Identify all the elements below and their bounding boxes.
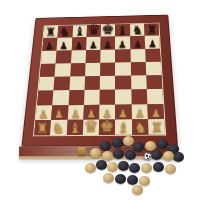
square-b5[interactable]	[55, 63, 71, 77]
square-c6[interactable]	[71, 50, 86, 63]
square-h5[interactable]	[145, 61, 161, 75]
square-b6[interactable]	[56, 50, 72, 63]
piece-bp[interactable]: ♟	[71, 40, 86, 50]
checker-disc-light[interactable]	[85, 163, 96, 173]
checker-disc-light[interactable]	[139, 176, 150, 186]
checker-disc-light[interactable]	[107, 162, 118, 172]
piece-bp[interactable]: ♟	[57, 41, 72, 51]
square-d6[interactable]	[85, 50, 100, 63]
checker-disc-dark[interactable]	[151, 150, 162, 160]
square-f7[interactable]: ♟	[115, 36, 130, 49]
square-a1[interactable]: ♜	[34, 120, 51, 136]
square-c2[interactable]: ♟	[67, 105, 84, 120]
square-h3[interactable]	[147, 89, 164, 104]
checker-disc-dark[interactable]	[115, 174, 126, 184]
square-e5[interactable]	[100, 62, 115, 76]
square-h6[interactable]	[145, 48, 161, 61]
square-d4[interactable]	[84, 76, 100, 90]
piece-br[interactable]: ♜	[144, 24, 159, 36]
square-d8[interactable]: ♛	[86, 25, 101, 37]
piece-wb[interactable]: ♝	[115, 121, 131, 135]
square-g5[interactable]	[130, 62, 146, 76]
square-e6[interactable]	[100, 49, 115, 62]
square-e8[interactable]: ♚	[101, 24, 115, 36]
checkers-pile	[84, 136, 194, 198]
square-c3[interactable]	[68, 90, 84, 105]
square-b8[interactable]: ♞	[58, 26, 73, 38]
square-f6[interactable]	[115, 49, 130, 62]
square-e3[interactable]	[99, 90, 115, 105]
square-f5[interactable]	[115, 62, 130, 76]
square-f2[interactable]: ♟	[115, 104, 131, 119]
dice[interactable]	[143, 152, 151, 160]
square-d7[interactable]: ♟	[86, 37, 101, 50]
piece-wp[interactable]: ♟	[51, 109, 67, 119]
square-h2[interactable]: ♟	[147, 104, 164, 119]
square-f4[interactable]	[115, 76, 131, 90]
piece-wp[interactable]: ♟	[131, 108, 147, 119]
piece-bn[interactable]: ♞	[58, 26, 72, 38]
square-e1[interactable]: ♚	[99, 119, 115, 135]
checker-disc-dark[interactable]	[129, 163, 140, 173]
square-c8[interactable]: ♝	[72, 25, 87, 37]
piece-bn[interactable]: ♞	[130, 24, 145, 36]
square-b1[interactable]: ♞	[50, 120, 67, 136]
checker-disc-dark[interactable]	[118, 161, 129, 171]
square-a6[interactable]	[41, 50, 57, 63]
piece-wr[interactable]: ♜	[148, 121, 165, 135]
checker-disc-dark[interactable]	[100, 141, 111, 151]
square-c5[interactable]	[70, 63, 86, 77]
square-e7[interactable]: ♟	[101, 37, 116, 50]
piece-br[interactable]: ♜	[43, 26, 57, 38]
square-g7[interactable]: ♟	[130, 36, 145, 49]
square-d5[interactable]	[85, 63, 100, 77]
piece-wn[interactable]: ♞	[50, 121, 66, 135]
checker-disc-light[interactable]	[123, 136, 134, 146]
piece-bp[interactable]: ♟	[86, 40, 101, 50]
piece-bb[interactable]: ♝	[115, 24, 130, 36]
checker-disc-dark[interactable]	[153, 162, 164, 172]
piece-wk[interactable]: ♚	[99, 119, 115, 135]
square-d3[interactable]	[84, 90, 100, 105]
square-a4[interactable]	[38, 77, 54, 91]
piece-bp[interactable]: ♟	[101, 40, 116, 50]
piece-bq[interactable]: ♛	[86, 23, 100, 37]
square-h1[interactable]: ♜	[148, 119, 165, 135]
checker-disc-light[interactable]	[102, 151, 113, 161]
piece-wp[interactable]: ♟	[115, 109, 131, 120]
square-g8[interactable]: ♞	[130, 24, 145, 37]
square-g4[interactable]	[131, 75, 147, 89]
square-b3[interactable]	[53, 90, 69, 105]
checker-disc-dark[interactable]	[157, 139, 168, 149]
chess-box-frame: ♜♞♝♛♚♝♞♜♟♟♟♟♟♟♟♟♟♟♟♟♟♟♟♟♜♞♝♛♚♝♞♜	[21, 15, 178, 147]
square-f8[interactable]: ♝	[115, 24, 130, 37]
square-a3[interactable]	[37, 91, 54, 106]
board-grid: ♜♞♝♛♚♝♞♜♟♟♟♟♟♟♟♟♟♟♟♟♟♟♟♟♜♞♝♛♚♝♞♜	[33, 23, 166, 137]
square-h4[interactable]	[146, 75, 162, 89]
square-g2[interactable]: ♟	[131, 104, 148, 119]
square-b7[interactable]: ♟	[57, 38, 72, 51]
square-g3[interactable]	[131, 89, 147, 104]
square-e4[interactable]	[100, 76, 116, 90]
checker-disc-dark[interactable]	[127, 175, 138, 185]
checker-disc-light[interactable]	[90, 148, 101, 158]
product-photo: ♜♞♝♛♚♝♞♜♟♟♟♟♟♟♟♟♟♟♟♟♟♟♟♟♜♞♝♛♚♝♞♜	[0, 0, 200, 200]
checker-disc-light[interactable]	[141, 163, 152, 173]
checker-disc-dark[interactable]	[112, 138, 123, 148]
checker-disc-dark[interactable]	[113, 149, 124, 159]
checker-disc-light[interactable]	[163, 151, 174, 161]
square-g1[interactable]: ♞	[131, 119, 148, 135]
square-c1[interactable]: ♝	[66, 119, 83, 135]
piece-bp[interactable]: ♟	[115, 40, 130, 50]
square-a8[interactable]: ♜	[44, 26, 59, 38]
square-a2[interactable]: ♟	[36, 105, 53, 120]
piece-bp[interactable]: ♟	[130, 39, 145, 49]
piece-wn[interactable]: ♞	[132, 121, 148, 135]
piece-wp[interactable]: ♟	[36, 109, 52, 119]
piece-wr[interactable]: ♜	[34, 121, 50, 135]
piece-bp[interactable]: ♟	[145, 39, 160, 49]
checker-disc-light[interactable]	[103, 173, 114, 183]
square-h7[interactable]: ♟	[144, 36, 159, 49]
square-f1[interactable]: ♝	[115, 119, 131, 135]
square-c4[interactable]	[69, 76, 85, 90]
piece-wq[interactable]: ♛	[83, 119, 99, 135]
square-a7[interactable]: ♟	[42, 38, 57, 51]
checker-disc-light[interactable]	[145, 141, 156, 151]
square-b4[interactable]	[54, 76, 70, 90]
piece-wb[interactable]: ♝	[66, 121, 82, 135]
square-d1[interactable]: ♛	[83, 119, 100, 135]
piece-bp[interactable]: ♟	[42, 41, 57, 51]
checker-disc-light[interactable]	[165, 164, 176, 174]
square-a5[interactable]	[40, 63, 56, 77]
checker-disc-dark[interactable]	[96, 160, 107, 170]
piece-bb[interactable]: ♝	[72, 25, 86, 37]
checker-disc-light[interactable]	[132, 185, 143, 195]
square-g6[interactable]	[130, 49, 145, 62]
square-h8[interactable]: ♜	[144, 23, 159, 36]
square-f3[interactable]	[115, 90, 131, 105]
square-c7[interactable]: ♟	[71, 37, 86, 50]
checker-disc-dark[interactable]	[173, 152, 184, 162]
piece-wp[interactable]: ♟	[148, 108, 164, 119]
piece-bk[interactable]: ♚	[101, 23, 115, 37]
square-b2[interactable]: ♟	[51, 105, 68, 120]
piece-wp[interactable]: ♟	[67, 109, 83, 120]
checker-disc-dark[interactable]	[125, 150, 136, 160]
